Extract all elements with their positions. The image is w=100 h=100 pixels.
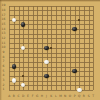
vertical-grid-line xyxy=(93,6,94,90)
black-stone-j10 xyxy=(44,46,49,51)
black-stone-j4 xyxy=(44,74,49,79)
horizontal-grid-line xyxy=(9,71,93,72)
vertical-grid-line xyxy=(84,6,85,90)
board-top-edge-shadow xyxy=(0,0,100,2)
black-stone-p5 xyxy=(72,69,77,74)
board-left-edge-shadow xyxy=(0,0,2,100)
horizontal-grid-line xyxy=(9,57,93,58)
white-stone-b3 xyxy=(12,78,17,83)
black-stone-p14 xyxy=(72,27,77,32)
go-board[interactable]: 19181716151413121110987654321 ABCDEFGHJK… xyxy=(0,0,100,100)
vertical-grid-line xyxy=(70,6,71,90)
vertical-grid-line xyxy=(56,6,57,90)
star-point xyxy=(78,19,80,21)
horizontal-grid-line xyxy=(9,81,93,82)
horizontal-grid-line xyxy=(9,67,93,68)
black-stone-d15 xyxy=(21,22,26,27)
star-point xyxy=(22,75,24,77)
column-label-t: T xyxy=(90,95,96,98)
black-stone-b6 xyxy=(12,64,17,69)
white-stone-d10 xyxy=(21,46,26,51)
vertical-grid-line xyxy=(89,6,90,90)
white-stone-j7 xyxy=(44,60,49,65)
horizontal-grid-line xyxy=(9,62,93,63)
vertical-grid-line xyxy=(75,6,76,90)
white-stone-d2 xyxy=(21,83,26,88)
vertical-grid-line xyxy=(61,6,62,90)
star-point xyxy=(50,47,52,49)
horizontal-grid-line xyxy=(9,53,93,54)
white-stone-b16 xyxy=(12,18,17,23)
white-stone-q1 xyxy=(77,88,82,93)
vertical-grid-line xyxy=(65,6,66,90)
